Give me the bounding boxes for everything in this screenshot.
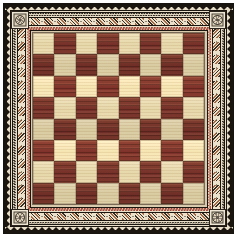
square-a6[interactable] [33, 76, 54, 97]
border-band-bottom [10, 226, 227, 227]
square-c8[interactable] [76, 33, 97, 54]
border-band-bottom [27, 208, 211, 211]
square-g8[interactable] [161, 33, 182, 54]
square-c3[interactable] [76, 140, 97, 161]
border-band-right [207, 30, 208, 208]
eight-petal-star-rosette-icon [15, 15, 26, 26]
border-band-bottom [13, 222, 224, 225]
square-a1[interactable] [33, 183, 54, 204]
square-a4[interactable] [33, 119, 54, 140]
eight-petal-star-rosette-icon [15, 212, 26, 223]
square-a2[interactable] [33, 161, 54, 182]
square-b1[interactable] [54, 183, 75, 204]
square-b2[interactable] [54, 161, 75, 182]
square-e5[interactable] [119, 97, 140, 118]
square-d2[interactable] [97, 161, 118, 182]
square-d4[interactable] [97, 119, 118, 140]
border-band-bottom [18, 213, 220, 220]
border-band-bottom [11, 225, 226, 226]
border-band-right [212, 25, 213, 213]
square-b3[interactable] [54, 140, 75, 161]
square-f2[interactable] [140, 161, 161, 182]
border-band-right [225, 11, 226, 226]
border-band-bottom [31, 204, 207, 207]
square-e8[interactable] [119, 33, 140, 54]
border-band-right [220, 17, 221, 221]
square-h5[interactable] [183, 97, 204, 118]
square-d8[interactable] [97, 33, 118, 54]
border-band-bottom [16, 221, 222, 222]
border-band-right [224, 12, 225, 225]
border-band-bottom [25, 212, 213, 213]
chessboard[interactable] [33, 33, 204, 204]
square-a5[interactable] [33, 97, 54, 118]
square-e3[interactable] [119, 140, 140, 161]
board-photo [0, 0, 237, 237]
square-c7[interactable] [76, 54, 97, 75]
square-f3[interactable] [140, 140, 161, 161]
border-band-bottom [5, 227, 233, 233]
board-frame [3, 3, 234, 234]
square-e4[interactable] [119, 119, 140, 140]
eight-petal-star-rosette-icon [212, 15, 223, 26]
square-d7[interactable] [97, 54, 118, 75]
border-band-top [18, 18, 220, 25]
square-f4[interactable] [140, 119, 161, 140]
square-b5[interactable] [54, 97, 75, 118]
square-h2[interactable] [183, 161, 204, 182]
square-e7[interactable] [119, 54, 140, 75]
border-band-right [226, 10, 227, 227]
square-f8[interactable] [140, 33, 161, 54]
border-band-left [18, 18, 25, 220]
border-band-bottom [30, 207, 208, 208]
square-h4[interactable] [183, 119, 204, 140]
border-band-bottom [26, 211, 212, 212]
square-a8[interactable] [33, 33, 54, 54]
square-f1[interactable] [140, 183, 161, 204]
square-b8[interactable] [54, 33, 75, 54]
square-g7[interactable] [161, 54, 182, 75]
square-h3[interactable] [183, 140, 204, 161]
square-a7[interactable] [33, 54, 54, 75]
square-c4[interactable] [76, 119, 97, 140]
border-band-right [204, 31, 207, 207]
eight-petal-star-rosette-icon [212, 212, 223, 223]
border-band-right [213, 18, 220, 220]
square-h6[interactable] [183, 76, 204, 97]
border-band-right [227, 5, 233, 233]
square-b7[interactable] [54, 54, 75, 75]
square-g3[interactable] [161, 140, 182, 161]
border-band-bottom [17, 220, 221, 221]
corner-rosette-tile [11, 11, 29, 29]
border-band-bottom [12, 224, 225, 225]
square-f5[interactable] [140, 97, 161, 118]
square-c1[interactable] [76, 183, 97, 204]
corner-rosette-tile [209, 11, 227, 29]
square-e6[interactable] [119, 76, 140, 97]
square-a3[interactable] [33, 140, 54, 161]
square-d6[interactable] [97, 76, 118, 97]
square-d5[interactable] [97, 97, 118, 118]
square-e1[interactable] [119, 183, 140, 204]
square-e2[interactable] [119, 161, 140, 182]
corner-rosette-tile [209, 209, 227, 227]
square-g4[interactable] [161, 119, 182, 140]
border-band-right [222, 13, 225, 224]
border-band-right [208, 27, 211, 211]
corner-rosette-tile [11, 209, 29, 227]
border-band-right [221, 16, 222, 222]
square-b6[interactable] [54, 76, 75, 97]
square-g6[interactable] [161, 76, 182, 97]
square-f6[interactable] [140, 76, 161, 97]
square-g2[interactable] [161, 161, 182, 182]
square-g5[interactable] [161, 97, 182, 118]
square-h7[interactable] [183, 54, 204, 75]
square-c5[interactable] [76, 97, 97, 118]
square-d3[interactable] [97, 140, 118, 161]
square-h8[interactable] [183, 33, 204, 54]
border-band-right [211, 26, 212, 212]
square-d1[interactable] [97, 183, 118, 204]
square-c6[interactable] [76, 76, 97, 97]
square-h1[interactable] [183, 183, 204, 204]
square-b4[interactable] [54, 119, 75, 140]
square-g1[interactable] [161, 183, 182, 204]
square-c2[interactable] [76, 161, 97, 182]
square-f7[interactable] [140, 54, 161, 75]
